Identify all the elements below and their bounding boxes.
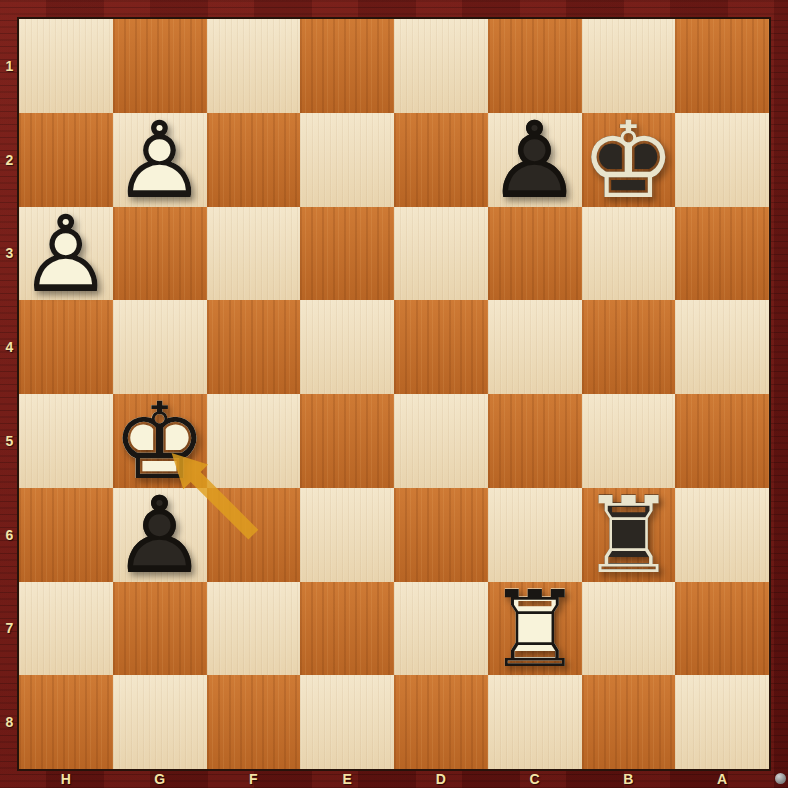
square-e7[interactable]: [300, 582, 394, 676]
square-e3[interactable]: [300, 207, 394, 301]
piece-outline-glyph: ♙: [113, 489, 207, 583]
rank-label-3: 3: [0, 207, 19, 301]
square-e6[interactable]: [300, 488, 394, 582]
chess-board-frame: ♟♙♟♙♚♔♜♖♚♔♟♙♟♙♜♖ 12345678 HGFEDCBA: [0, 0, 788, 788]
square-h7[interactable]: [19, 582, 113, 676]
square-a6[interactable]: [675, 488, 769, 582]
square-e4[interactable]: [300, 300, 394, 394]
square-e5[interactable]: [300, 394, 394, 488]
file-label-a: A: [675, 769, 769, 788]
square-c4[interactable]: [488, 300, 582, 394]
piece-outline-glyph: ♖: [582, 489, 676, 583]
square-h5[interactable]: [19, 394, 113, 488]
rank-labels: 12345678: [0, 19, 19, 769]
square-f6[interactable]: [207, 488, 301, 582]
black-pawn-c2[interactable]: ♟♙: [488, 113, 582, 207]
square-b8[interactable]: [582, 675, 676, 769]
file-label-h: H: [19, 769, 113, 788]
piece-outline-glyph: ♖: [488, 583, 582, 677]
square-f2[interactable]: [207, 113, 301, 207]
square-b4[interactable]: [582, 300, 676, 394]
white-rook-c7[interactable]: ♜♖: [488, 582, 582, 676]
piece-outline-glyph: ♙: [19, 208, 113, 302]
square-d2[interactable]: [394, 113, 488, 207]
square-d5[interactable]: [394, 394, 488, 488]
rank-label-5: 5: [0, 394, 19, 488]
file-label-f: F: [207, 769, 301, 788]
square-a1[interactable]: [675, 19, 769, 113]
square-e1[interactable]: [300, 19, 394, 113]
square-c5[interactable]: [488, 394, 582, 488]
square-d3[interactable]: [394, 207, 488, 301]
file-label-e: E: [300, 769, 394, 788]
chess-board: ♟♙♟♙♚♔♜♖♚♔♟♙♟♙♜♖: [19, 19, 769, 769]
white-pawn-h3[interactable]: ♟♙: [19, 207, 113, 301]
black-rook-b6[interactable]: ♜♖: [582, 488, 676, 582]
rank-label-7: 7: [0, 582, 19, 676]
white-pawn-g2[interactable]: ♟♙: [113, 113, 207, 207]
square-f8[interactable]: [207, 675, 301, 769]
rank-label-6: 6: [0, 488, 19, 582]
square-d1[interactable]: [394, 19, 488, 113]
piece-outline-glyph: ♙: [113, 114, 207, 208]
square-f3[interactable]: [207, 207, 301, 301]
square-h6[interactable]: [19, 488, 113, 582]
file-labels: HGFEDCBA: [19, 769, 769, 788]
file-label-g: G: [113, 769, 207, 788]
square-h8[interactable]: [19, 675, 113, 769]
square-f5[interactable]: [207, 394, 301, 488]
file-label-b: B: [582, 769, 676, 788]
square-e2[interactable]: [300, 113, 394, 207]
rank-label-2: 2: [0, 113, 19, 207]
square-f4[interactable]: [207, 300, 301, 394]
piece-outline-glyph: ♔: [582, 114, 676, 208]
square-d7[interactable]: [394, 582, 488, 676]
square-a8[interactable]: [675, 675, 769, 769]
piece-outline-glyph: ♙: [488, 114, 582, 208]
square-h1[interactable]: [19, 19, 113, 113]
square-a2[interactable]: [675, 113, 769, 207]
black-king-b2[interactable]: ♚♔: [582, 113, 676, 207]
square-d4[interactable]: [394, 300, 488, 394]
square-d8[interactable]: [394, 675, 488, 769]
rank-label-1: 1: [0, 19, 19, 113]
square-a5[interactable]: [675, 394, 769, 488]
square-a4[interactable]: [675, 300, 769, 394]
square-e8[interactable]: [300, 675, 394, 769]
square-a3[interactable]: [675, 207, 769, 301]
square-d6[interactable]: [394, 488, 488, 582]
square-f7[interactable]: [207, 582, 301, 676]
corner-dot: [775, 773, 786, 784]
square-f1[interactable]: [207, 19, 301, 113]
square-a7[interactable]: [675, 582, 769, 676]
file-label-d: D: [394, 769, 488, 788]
black-pawn-g6[interactable]: ♟♙: [113, 488, 207, 582]
rank-label-4: 4: [0, 300, 19, 394]
square-g8[interactable]: [113, 675, 207, 769]
file-label-c: C: [488, 769, 582, 788]
rank-label-8: 8: [0, 675, 19, 769]
